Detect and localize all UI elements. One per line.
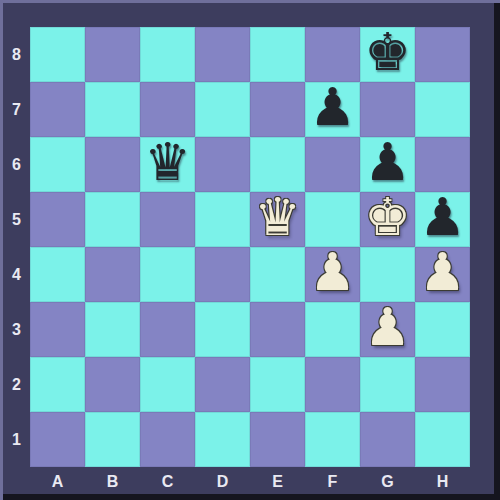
- square-g3[interactable]: ♟: [360, 302, 415, 357]
- rank-label-6: 6: [3, 137, 30, 192]
- square-d8[interactable]: [195, 27, 250, 82]
- square-g1[interactable]: [360, 412, 415, 467]
- square-b1[interactable]: [85, 412, 140, 467]
- black-pawn[interactable]: ♟: [419, 190, 466, 245]
- white-pawn[interactable]: ♟: [309, 245, 356, 300]
- square-d2[interactable]: [195, 357, 250, 412]
- square-c1[interactable]: [140, 412, 195, 467]
- chess-board-frame: 87654321 ♚♟♛♟♛♚♟♟♟♟ ABCDEFGH: [0, 0, 500, 500]
- square-e4[interactable]: [250, 247, 305, 302]
- square-e8[interactable]: [250, 27, 305, 82]
- black-king[interactable]: ♚: [364, 25, 411, 80]
- white-queen[interactable]: ♛: [254, 190, 301, 245]
- square-b4[interactable]: [85, 247, 140, 302]
- square-g8[interactable]: ♚: [360, 27, 415, 82]
- chess-board: ♚♟♛♟♛♚♟♟♟♟: [30, 27, 470, 467]
- square-f8[interactable]: [305, 27, 360, 82]
- square-h8[interactable]: [415, 27, 470, 82]
- square-c5[interactable]: [140, 192, 195, 247]
- square-e5[interactable]: ♛: [250, 192, 305, 247]
- black-pawn[interactable]: ♟: [364, 135, 411, 190]
- square-f6[interactable]: [305, 137, 360, 192]
- file-label-e: E: [250, 467, 305, 494]
- rank-label-5: 5: [3, 192, 30, 247]
- file-label-c: C: [140, 467, 195, 494]
- square-e2[interactable]: [250, 357, 305, 412]
- file-label-b: B: [85, 467, 140, 494]
- square-f2[interactable]: [305, 357, 360, 412]
- square-b3[interactable]: [85, 302, 140, 357]
- square-d6[interactable]: [195, 137, 250, 192]
- rank-label-8: 8: [3, 27, 30, 82]
- square-e1[interactable]: [250, 412, 305, 467]
- square-h7[interactable]: [415, 82, 470, 137]
- square-h5[interactable]: ♟: [415, 192, 470, 247]
- square-g2[interactable]: [360, 357, 415, 412]
- rank-label-2: 2: [3, 357, 30, 412]
- square-f4[interactable]: ♟: [305, 247, 360, 302]
- square-e3[interactable]: [250, 302, 305, 357]
- square-d7[interactable]: [195, 82, 250, 137]
- square-c6[interactable]: ♛: [140, 137, 195, 192]
- square-c8[interactable]: [140, 27, 195, 82]
- square-d1[interactable]: [195, 412, 250, 467]
- square-a4[interactable]: [30, 247, 85, 302]
- square-a7[interactable]: [30, 82, 85, 137]
- white-pawn[interactable]: ♟: [364, 300, 411, 355]
- square-a3[interactable]: [30, 302, 85, 357]
- square-f3[interactable]: [305, 302, 360, 357]
- rank-label-7: 7: [3, 82, 30, 137]
- file-label-f: F: [305, 467, 360, 494]
- square-f1[interactable]: [305, 412, 360, 467]
- square-b2[interactable]: [85, 357, 140, 412]
- square-c2[interactable]: [140, 357, 195, 412]
- square-f7[interactable]: ♟: [305, 82, 360, 137]
- file-label-a: A: [30, 467, 85, 494]
- file-label-g: G: [360, 467, 415, 494]
- square-f5[interactable]: [305, 192, 360, 247]
- square-d4[interactable]: [195, 247, 250, 302]
- square-d3[interactable]: [195, 302, 250, 357]
- square-h4[interactable]: ♟: [415, 247, 470, 302]
- rank-labels: 87654321: [3, 27, 30, 467]
- square-h1[interactable]: [415, 412, 470, 467]
- square-a6[interactable]: [30, 137, 85, 192]
- white-pawn[interactable]: ♟: [419, 245, 466, 300]
- square-d5[interactable]: [195, 192, 250, 247]
- square-e7[interactable]: [250, 82, 305, 137]
- white-king[interactable]: ♚: [364, 190, 411, 245]
- black-queen[interactable]: ♛: [144, 135, 191, 190]
- rank-label-1: 1: [3, 412, 30, 467]
- square-g7[interactable]: [360, 82, 415, 137]
- file-label-d: D: [195, 467, 250, 494]
- square-h3[interactable]: [415, 302, 470, 357]
- square-a8[interactable]: [30, 27, 85, 82]
- square-b5[interactable]: [85, 192, 140, 247]
- square-a5[interactable]: [30, 192, 85, 247]
- square-g4[interactable]: [360, 247, 415, 302]
- file-labels: ABCDEFGH: [30, 467, 470, 494]
- square-b8[interactable]: [85, 27, 140, 82]
- black-pawn[interactable]: ♟: [309, 80, 356, 135]
- rank-label-3: 3: [3, 302, 30, 357]
- square-e6[interactable]: [250, 137, 305, 192]
- square-c4[interactable]: [140, 247, 195, 302]
- square-g6[interactable]: ♟: [360, 137, 415, 192]
- square-c7[interactable]: [140, 82, 195, 137]
- square-c3[interactable]: [140, 302, 195, 357]
- square-b6[interactable]: [85, 137, 140, 192]
- square-a2[interactable]: [30, 357, 85, 412]
- square-h6[interactable]: [415, 137, 470, 192]
- square-a1[interactable]: [30, 412, 85, 467]
- square-b7[interactable]: [85, 82, 140, 137]
- rank-label-4: 4: [3, 247, 30, 302]
- file-label-h: H: [415, 467, 470, 494]
- square-g5[interactable]: ♚: [360, 192, 415, 247]
- square-h2[interactable]: [415, 357, 470, 412]
